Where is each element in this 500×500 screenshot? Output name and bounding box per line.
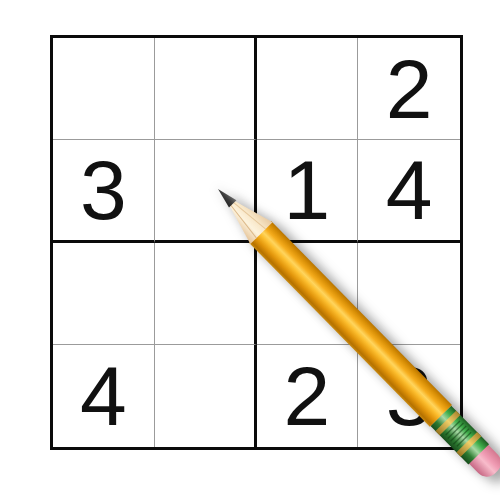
cell-r3c4[interactable] [358, 243, 460, 345]
given-digit: 2 [386, 47, 433, 131]
cell-r2c1[interactable]: 3 [53, 140, 155, 242]
cell-r1c4[interactable]: 2 [358, 38, 460, 140]
cell-r4c2[interactable] [155, 345, 257, 447]
cell-r2c3[interactable]: 1 [257, 140, 359, 242]
cell-r1c3[interactable] [257, 38, 359, 140]
puzzle-stage: 2314423 [0, 0, 500, 500]
cell-r1c1[interactable] [53, 38, 155, 140]
cell-r3c1[interactable] [53, 243, 155, 345]
cell-r2c2[interactable] [155, 140, 257, 242]
cell-r3c2[interactable] [155, 243, 257, 345]
pencil-eraser [459, 435, 500, 482]
cell-r4c3[interactable]: 2 [257, 345, 359, 447]
cell-r1c2[interactable] [155, 38, 257, 140]
cell-r4c4[interactable]: 3 [358, 345, 460, 447]
cell-r3c3[interactable] [257, 243, 359, 345]
given-digit: 1 [284, 148, 331, 232]
given-digit: 4 [80, 354, 127, 438]
given-digit: 3 [80, 148, 127, 232]
cell-r2c4[interactable]: 4 [358, 140, 460, 242]
given-digit: 4 [386, 148, 433, 232]
given-digit: 2 [284, 354, 331, 438]
sudoku-board: 2314423 [50, 35, 463, 450]
cell-r4c1[interactable]: 4 [53, 345, 155, 447]
given-digit: 3 [386, 354, 433, 438]
